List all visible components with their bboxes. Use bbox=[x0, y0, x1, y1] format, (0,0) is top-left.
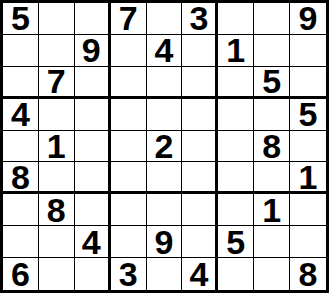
sudoku-cell-r5c7[interactable] bbox=[218, 131, 254, 163]
sudoku-cell-r8c5[interactable]: 9 bbox=[147, 226, 183, 258]
sudoku-cell-r7c2[interactable]: 8 bbox=[39, 194, 75, 226]
sudoku-cell-r1c4[interactable]: 7 bbox=[111, 3, 147, 35]
sudoku-cell-r9c1[interactable]: 6 bbox=[3, 258, 39, 290]
sudoku-cell-r1c2[interactable] bbox=[39, 3, 75, 35]
sudoku-cell-r3c7[interactable] bbox=[218, 67, 254, 99]
sudoku-cell-r7c7[interactable] bbox=[218, 194, 254, 226]
sudoku-cell-r4c4[interactable] bbox=[111, 99, 147, 131]
sudoku-cell-r2c4[interactable] bbox=[111, 35, 147, 67]
sudoku-cell-r3c2[interactable]: 7 bbox=[39, 67, 75, 99]
sudoku-cell-r2c1[interactable] bbox=[3, 35, 39, 67]
sudoku-cell-r3c3[interactable] bbox=[75, 67, 111, 99]
sudoku-cell-r7c9[interactable] bbox=[290, 194, 326, 226]
sudoku-cell-r4c1[interactable]: 4 bbox=[3, 99, 39, 131]
sudoku-cell-r9c2[interactable] bbox=[39, 258, 75, 290]
sudoku-cell-r6c9[interactable]: 1 bbox=[290, 162, 326, 194]
sudoku-cell-r6c2[interactable] bbox=[39, 162, 75, 194]
sudoku-cell-r5c1[interactable] bbox=[3, 131, 39, 163]
sudoku-cell-r6c1[interactable]: 8 bbox=[3, 162, 39, 194]
sudoku-cell-r3c5[interactable] bbox=[147, 67, 183, 99]
sudoku-cell-r9c9[interactable]: 8 bbox=[290, 258, 326, 290]
sudoku-cell-r6c6[interactable] bbox=[182, 162, 218, 194]
sudoku-cell-r2c9[interactable] bbox=[290, 35, 326, 67]
sudoku-cell-r9c6[interactable]: 4 bbox=[182, 258, 218, 290]
sudoku-cell-r5c9[interactable] bbox=[290, 131, 326, 163]
sudoku-cell-r1c1[interactable]: 5 bbox=[3, 3, 39, 35]
sudoku-cell-r9c5[interactable] bbox=[147, 258, 183, 290]
sudoku-cell-r4c9[interactable]: 5 bbox=[290, 99, 326, 131]
sudoku-cell-r9c8[interactable] bbox=[254, 258, 290, 290]
sudoku-cell-r9c3[interactable] bbox=[75, 258, 111, 290]
sudoku-cell-r7c1[interactable] bbox=[3, 194, 39, 226]
sudoku-cell-r3c8[interactable]: 5 bbox=[254, 67, 290, 99]
sudoku-cell-r3c6[interactable] bbox=[182, 67, 218, 99]
sudoku-cell-r8c7[interactable]: 5 bbox=[218, 226, 254, 258]
sudoku-cell-r2c6[interactable] bbox=[182, 35, 218, 67]
sudoku-cell-r2c2[interactable] bbox=[39, 35, 75, 67]
sudoku-cell-r5c2[interactable]: 1 bbox=[39, 131, 75, 163]
sudoku-cell-r2c8[interactable] bbox=[254, 35, 290, 67]
sudoku-cell-r5c5[interactable]: 2 bbox=[147, 131, 183, 163]
sudoku-cell-r7c3[interactable] bbox=[75, 194, 111, 226]
sudoku-cell-r3c1[interactable] bbox=[3, 67, 39, 99]
sudoku-cell-r1c6[interactable]: 3 bbox=[182, 3, 218, 35]
sudoku-cell-r9c4[interactable]: 3 bbox=[111, 258, 147, 290]
sudoku-cell-r8c1[interactable] bbox=[3, 226, 39, 258]
sudoku-cell-r1c5[interactable] bbox=[147, 3, 183, 35]
sudoku-cell-r6c7[interactable] bbox=[218, 162, 254, 194]
sudoku-cell-r1c9[interactable]: 9 bbox=[290, 3, 326, 35]
sudoku-cell-r7c4[interactable] bbox=[111, 194, 147, 226]
sudoku-cell-r7c6[interactable] bbox=[182, 194, 218, 226]
sudoku-board: 5739941754512881814956348 bbox=[0, 0, 329, 293]
sudoku-cell-r9c7[interactable] bbox=[218, 258, 254, 290]
sudoku-cell-r1c7[interactable] bbox=[218, 3, 254, 35]
sudoku-cell-r2c3[interactable]: 9 bbox=[75, 35, 111, 67]
sudoku-cell-r5c4[interactable] bbox=[111, 131, 147, 163]
sudoku-cell-r5c8[interactable]: 8 bbox=[254, 131, 290, 163]
sudoku-cell-r7c5[interactable] bbox=[147, 194, 183, 226]
sudoku-cell-r4c3[interactable] bbox=[75, 99, 111, 131]
sudoku-cell-r6c4[interactable] bbox=[111, 162, 147, 194]
sudoku-cell-r1c3[interactable] bbox=[75, 3, 111, 35]
sudoku-cell-r6c8[interactable] bbox=[254, 162, 290, 194]
sudoku-cell-r4c7[interactable] bbox=[218, 99, 254, 131]
sudoku-cell-r2c5[interactable]: 4 bbox=[147, 35, 183, 67]
sudoku-cell-r8c8[interactable] bbox=[254, 226, 290, 258]
sudoku-cell-r5c3[interactable] bbox=[75, 131, 111, 163]
sudoku-cell-r3c4[interactable] bbox=[111, 67, 147, 99]
sudoku-cell-r8c2[interactable] bbox=[39, 226, 75, 258]
sudoku-cell-r5c6[interactable] bbox=[182, 131, 218, 163]
sudoku-cell-r1c8[interactable] bbox=[254, 3, 290, 35]
sudoku-cell-r7c8[interactable]: 1 bbox=[254, 194, 290, 226]
sudoku-cell-r4c2[interactable] bbox=[39, 99, 75, 131]
sudoku-cell-r2c7[interactable]: 1 bbox=[218, 35, 254, 67]
sudoku-cell-r4c6[interactable] bbox=[182, 99, 218, 131]
sudoku-cell-r6c3[interactable] bbox=[75, 162, 111, 194]
sudoku-cell-r4c8[interactable] bbox=[254, 99, 290, 131]
sudoku-cell-r4c5[interactable] bbox=[147, 99, 183, 131]
sudoku-cell-r3c9[interactable] bbox=[290, 67, 326, 99]
sudoku-cell-r8c4[interactable] bbox=[111, 226, 147, 258]
sudoku-cell-r6c5[interactable] bbox=[147, 162, 183, 194]
sudoku-cell-r8c6[interactable] bbox=[182, 226, 218, 258]
sudoku-cell-r8c9[interactable] bbox=[290, 226, 326, 258]
sudoku-cell-r8c3[interactable]: 4 bbox=[75, 226, 111, 258]
